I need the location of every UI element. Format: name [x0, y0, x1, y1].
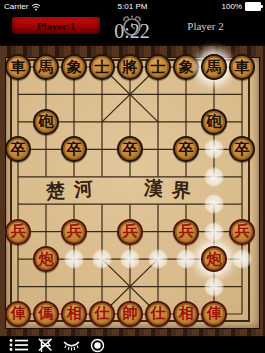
bottom-toolbar: [0, 337, 265, 353]
piece-red-兵[interactable]: 兵: [173, 219, 199, 245]
piece-glyph: 卒: [179, 142, 194, 157]
move-hint[interactable]: [60, 245, 88, 272]
piece-red-俥[interactable]: 俥: [5, 301, 31, 327]
piece-red-帥[interactable]: 帥: [117, 301, 143, 327]
piece-glyph: 車: [235, 60, 250, 75]
move-hint-dot: [204, 194, 224, 214]
resign-flag-icon[interactable]: [38, 338, 53, 353]
move-hint[interactable]: [200, 190, 228, 217]
piece-glyph: 相: [67, 306, 82, 321]
piece-black-車[interactable]: 車: [229, 54, 255, 80]
piece-black-象[interactable]: 象: [173, 54, 199, 80]
record-icon[interactable]: [90, 338, 105, 353]
piece-glyph: 兵: [11, 224, 26, 239]
move-hint[interactable]: [200, 136, 228, 163]
piece-black-車[interactable]: 車: [5, 54, 31, 80]
move-hint-dot: [64, 249, 84, 269]
piece-red-相[interactable]: 相: [61, 301, 87, 327]
piece-black-士[interactable]: 士: [89, 54, 115, 80]
piece-black-象[interactable]: 象: [61, 54, 87, 80]
piece-glyph: 砲: [39, 114, 54, 129]
move-hint-dot: [92, 249, 112, 269]
piece-red-俥[interactable]: 俥: [201, 301, 227, 327]
move-hint[interactable]: [200, 163, 228, 190]
piece-red-相[interactable]: 相: [173, 301, 199, 327]
piece-red-兵[interactable]: 兵: [61, 219, 87, 245]
player1-label: Player 1: [37, 20, 76, 32]
piece-glyph: 卒: [67, 142, 82, 157]
header: Player 1 0:22 Player 2: [0, 13, 265, 44]
status-bar: Carrier 5:01 PM 100%: [0, 0, 265, 13]
piece-red-炮[interactable]: 炮: [201, 246, 227, 272]
piece-red-仕[interactable]: 仕: [145, 301, 171, 327]
player2-label: Player 2: [187, 20, 223, 32]
piece-glyph: 馬: [39, 60, 54, 75]
piece-black-卒[interactable]: 卒: [117, 136, 143, 162]
move-hint-dot: [120, 249, 140, 269]
piece-glyph: 俥: [207, 306, 222, 321]
piece-red-兵[interactable]: 兵: [5, 219, 31, 245]
move-hint-dot: [204, 277, 224, 297]
piece-glyph: 卒: [235, 142, 250, 157]
move-hint[interactable]: [200, 273, 228, 300]
piece-glyph: 炮: [207, 252, 222, 267]
player1-button[interactable]: Player 1: [12, 17, 100, 34]
piece-red-傌[interactable]: 傌: [33, 301, 59, 327]
piece-glyph: 象: [179, 60, 194, 75]
piece-glyph: 兵: [179, 224, 194, 239]
battery-percent: 100%: [222, 2, 242, 11]
piece-red-兵[interactable]: 兵: [117, 219, 143, 245]
player2-button[interactable]: Player 2: [168, 17, 243, 34]
piece-black-卒[interactable]: 卒: [173, 136, 199, 162]
piece-glyph: 兵: [67, 224, 82, 239]
move-hint[interactable]: [88, 245, 116, 272]
move-hint-dot: [176, 249, 196, 269]
piece-red-仕[interactable]: 仕: [89, 301, 115, 327]
piece-glyph: 士: [151, 60, 166, 75]
move-hint[interactable]: [200, 218, 228, 245]
piece-glyph: 帥: [123, 306, 138, 321]
piece-black-馬[interactable]: 馬: [33, 54, 59, 80]
piece-glyph: 仕: [151, 306, 166, 321]
piece-glyph: 仕: [95, 306, 110, 321]
piece-glyph: 卒: [11, 142, 26, 157]
piece-glyph: 相: [179, 306, 194, 321]
piece-glyph: 卒: [123, 142, 138, 157]
move-hint-dot: [232, 249, 252, 269]
piece-black-卒[interactable]: 卒: [5, 136, 31, 162]
hide-eye-icon[interactable]: [62, 339, 81, 352]
piece-glyph: 士: [95, 60, 110, 75]
move-hint-dot: [204, 167, 224, 187]
piece-black-將[interactable]: 將: [117, 54, 143, 80]
move-hint-dot: [204, 222, 224, 242]
move-hint[interactable]: [172, 245, 200, 272]
move-hint-dot: [204, 139, 224, 159]
piece-glyph: 馬: [207, 60, 222, 75]
piece-red-炮[interactable]: 炮: [33, 246, 59, 272]
piece-glyph: 傌: [39, 306, 54, 321]
battery-icon: [245, 2, 261, 11]
xiangqi-board[interactable]: 楚河 漢界 車馬象士將士象馬車砲砲卒卒卒卒卒兵兵兵兵兵炮炮俥傌相仕帥仕相俥: [0, 44, 265, 338]
piece-red-兵[interactable]: 兵: [229, 219, 255, 245]
piece-glyph: 將: [123, 60, 138, 75]
piece-black-砲[interactable]: 砲: [201, 109, 227, 135]
move-hint-dot: [148, 249, 168, 269]
move-hint[interactable]: [228, 245, 256, 272]
move-list-icon[interactable]: [9, 338, 29, 352]
piece-glyph: 兵: [235, 224, 250, 239]
move-hint[interactable]: [144, 245, 172, 272]
piece-glyph: 車: [11, 60, 26, 75]
piece-black-卒[interactable]: 卒: [229, 136, 255, 162]
piece-black-馬[interactable]: 馬: [201, 54, 227, 80]
pieces-grid: 車馬象士將士象馬車砲砲卒卒卒卒卒兵兵兵兵兵炮炮俥傌相仕帥仕相俥: [4, 53, 256, 327]
piece-glyph: 砲: [207, 114, 222, 129]
piece-black-砲[interactable]: 砲: [33, 109, 59, 135]
timer-text: 0:22: [104, 20, 160, 43]
piece-glyph: 炮: [39, 252, 54, 267]
piece-glyph: 兵: [123, 224, 138, 239]
piece-glyph: 象: [67, 60, 82, 75]
game-clock: 0:22: [104, 13, 160, 44]
piece-black-卒[interactable]: 卒: [61, 136, 87, 162]
move-hint[interactable]: [116, 245, 144, 272]
piece-glyph: 俥: [11, 306, 26, 321]
piece-black-士[interactable]: 士: [145, 54, 171, 80]
